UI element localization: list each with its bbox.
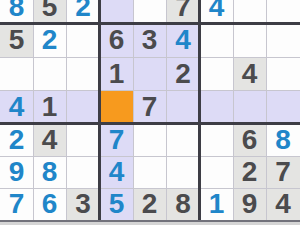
cell-r4c1[interactable]: 5 <box>0 24 33 58</box>
cell-r5c3[interactable] <box>66 57 100 90</box>
cell-r4c9[interactable] <box>266 24 300 58</box>
cell-r3c5[interactable] <box>133 0 166 24</box>
cell-r5c4[interactable]: 1 <box>100 57 133 90</box>
selected-cell-r6c4[interactable] <box>100 90 133 124</box>
cell-r8c5[interactable] <box>133 156 166 188</box>
cell-r9c8[interactable]: 9 <box>233 188 266 220</box>
cell-r8c3[interactable] <box>66 156 100 188</box>
cell-r9c2[interactable]: 6 <box>33 188 66 220</box>
thin-hline-1 <box>0 90 300 91</box>
cell-r3c3[interactable]: 2 <box>66 0 100 24</box>
cell-r9c7[interactable]: 1 <box>200 188 233 220</box>
box-hline-top <box>0 22 300 25</box>
thin-hline-2 <box>0 156 300 157</box>
cell-r6c7[interactable] <box>200 90 233 124</box>
cell-r9c1[interactable]: 7 <box>0 188 33 220</box>
cell-r9c6[interactable]: 8 <box>166 188 200 220</box>
cell-r6c2[interactable]: 1 <box>33 90 66 124</box>
cell-r5c6[interactable]: 2 <box>166 57 200 90</box>
cell-r4c2[interactable]: 2 <box>33 24 66 58</box>
sudoku-board: 85274526341244172476898427763528194 <box>0 0 300 225</box>
cell-r7c7[interactable] <box>200 124 233 157</box>
cell-r6c1[interactable]: 4 <box>0 90 33 124</box>
cell-r8c1[interactable]: 9 <box>0 156 33 188</box>
cell-r9c3[interactable]: 3 <box>66 188 100 220</box>
cell-r4c3[interactable] <box>66 24 100 58</box>
cell-r8c6[interactable] <box>166 156 200 188</box>
cell-r8c2[interactable]: 8 <box>33 156 66 188</box>
board-bottom-edge <box>0 220 300 222</box>
cell-r7c3[interactable] <box>66 124 100 157</box>
cell-r8c7[interactable] <box>200 156 233 188</box>
cell-r5c7[interactable] <box>200 57 233 90</box>
cell-r3c9[interactable] <box>266 0 300 24</box>
cell-r5c1[interactable] <box>0 57 33 90</box>
cell-r4c5[interactable]: 3 <box>133 24 166 58</box>
box-vline-right <box>198 0 201 220</box>
box-vline-left <box>98 0 101 220</box>
cell-r4c7[interactable] <box>200 24 233 58</box>
cell-r5c9[interactable] <box>266 57 300 90</box>
cell-r4c4[interactable]: 6 <box>100 24 133 58</box>
cell-r5c2[interactable] <box>33 57 66 90</box>
cell-r7c1[interactable]: 2 <box>0 124 33 157</box>
cell-r6c3[interactable] <box>66 90 100 124</box>
cell-r3c4[interactable] <box>100 0 133 24</box>
cell-r8c4[interactable]: 4 <box>100 156 133 188</box>
cell-r7c8[interactable]: 6 <box>233 124 266 157</box>
cell-r5c5[interactable] <box>133 57 166 90</box>
cell-r5c8[interactable]: 4 <box>233 57 266 90</box>
cell-r4c8[interactable] <box>233 24 266 58</box>
box-hline-bottom <box>0 122 300 125</box>
cell-r9c5[interactable]: 2 <box>133 188 166 220</box>
cell-r6c6[interactable] <box>166 90 200 124</box>
cell-r7c4[interactable]: 7 <box>100 124 133 157</box>
thin-hline-0 <box>0 57 300 58</box>
cell-r8c8[interactable]: 2 <box>233 156 266 188</box>
cell-r6c8[interactable] <box>233 90 266 124</box>
cell-r4c6[interactable]: 4 <box>166 24 200 58</box>
cell-r7c5[interactable] <box>133 124 166 157</box>
cell-r3c6[interactable]: 7 <box>166 0 200 24</box>
cell-r9c9[interactable]: 4 <box>266 188 300 220</box>
cell-r8c9[interactable]: 7 <box>266 156 300 188</box>
cell-r6c5[interactable]: 7 <box>133 90 166 124</box>
cell-r7c9[interactable]: 8 <box>266 124 300 157</box>
cell-r7c6[interactable] <box>166 124 200 157</box>
cell-r3c2[interactable]: 5 <box>33 0 66 24</box>
cell-r6c9[interactable] <box>266 90 300 124</box>
cell-r3c8[interactable] <box>233 0 266 24</box>
cell-r3c1[interactable]: 8 <box>0 0 33 24</box>
thin-hline-3 <box>0 188 300 189</box>
cell-r9c4[interactable]: 5 <box>100 188 133 220</box>
cell-r3c7[interactable]: 4 <box>200 0 233 24</box>
cell-r7c2[interactable]: 4 <box>33 124 66 157</box>
